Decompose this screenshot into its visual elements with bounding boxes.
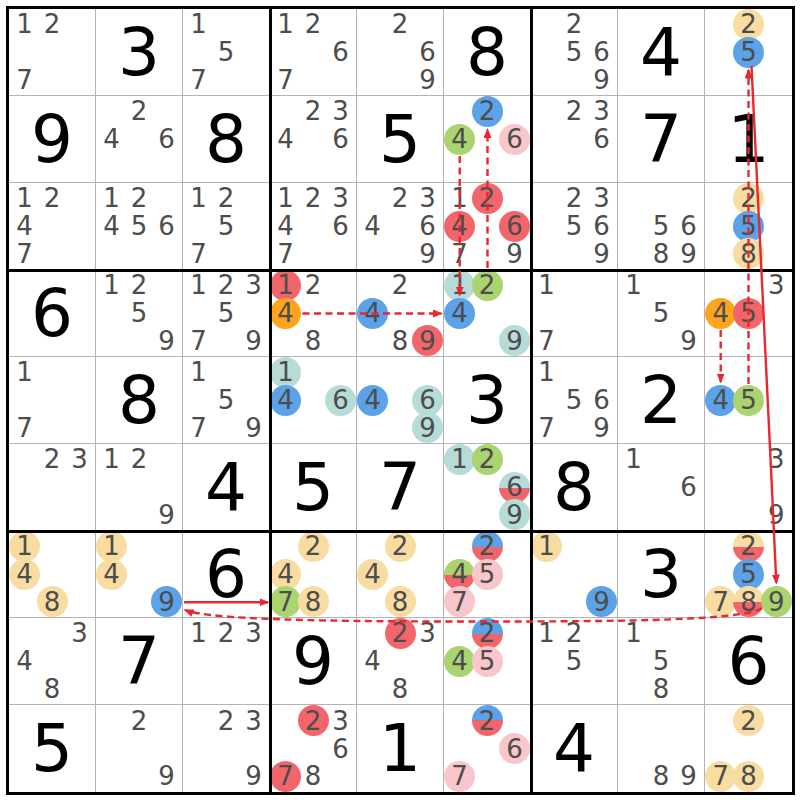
candidate-4-highlight-blue[interactable]: 4: [705, 385, 736, 416]
candidate-5[interactable]: 5: [559, 211, 590, 242]
candidate-5[interactable]: 5: [646, 646, 677, 677]
candidate-6-highlight-cyan[interactable]: 6: [325, 385, 356, 416]
cell-r9c8[interactable]: 89: [618, 705, 705, 792]
candidate-2[interactable]: 2: [559, 96, 590, 127]
cell-r1c6[interactable]: 8: [444, 9, 531, 96]
candidate-4-highlight-tan[interactable]: 4: [9, 559, 40, 590]
candidate-6[interactable]: 6: [325, 37, 356, 68]
sudoku-app: 1273157126726982569425924682346524623671…: [0, 0, 800, 800]
candidate-2[interactable]: 2: [385, 183, 416, 214]
solved-digit: 5: [9, 705, 95, 792]
candidate-3[interactable]: 3: [325, 183, 356, 214]
candidate-1[interactable]: 1: [9, 183, 40, 214]
candidate-2[interactable]: 2: [211, 183, 242, 214]
candidate-1[interactable]: 1: [270, 9, 301, 40]
cell-r6c1[interactable]: 23: [9, 444, 96, 531]
candidate-9[interactable]: 9: [673, 238, 704, 269]
candidate-7[interactable]: 7: [183, 412, 214, 443]
candidate-6[interactable]: 6: [325, 733, 356, 764]
candidate-4[interactable]: 4: [96, 211, 127, 242]
cell-r1c3[interactable]: 157: [183, 9, 270, 96]
cell-r7c4[interactable]: 2478: [270, 531, 357, 618]
candidate-2[interactable]: 2: [298, 183, 329, 214]
candidate-2-highlight-green[interactable]: 2: [472, 444, 503, 475]
cell-r4c9[interactable]: 345: [705, 270, 792, 357]
candidate-9-highlight-red[interactable]: 9: [412, 325, 443, 356]
candidate-1[interactable]: 1: [444, 183, 475, 214]
cell-r9c7[interactable]: 4: [531, 705, 618, 792]
candidate-9[interactable]: 9: [238, 325, 269, 356]
cell-r7c9[interactable]: 25789: [705, 531, 792, 618]
cell-r6c2[interactable]: 129: [96, 444, 183, 531]
candidate-9[interactable]: 9: [586, 238, 617, 269]
cell-r2c8[interactable]: 7: [618, 96, 705, 183]
candidate-5-highlight-blue[interactable]: 5: [733, 211, 764, 242]
cell-r5c4[interactable]: 146: [270, 357, 357, 444]
candidate-4-highlight-orange[interactable]: 4: [270, 298, 301, 329]
solved-digit: 4: [183, 444, 269, 530]
candidate-8-highlight-tan[interactable]: 8: [733, 761, 764, 792]
cell-r7c3[interactable]: 6: [183, 531, 270, 618]
candidate-4-highlight-red[interactable]: 4: [444, 211, 475, 242]
candidate-3[interactable]: 3: [586, 96, 617, 127]
candidate-1[interactable]: 1: [9, 357, 40, 388]
candidate-2[interactable]: 2: [37, 183, 68, 214]
cell-r8c2[interactable]: 7: [96, 618, 183, 705]
candidate-5-highlight-green[interactable]: 5: [733, 385, 764, 416]
candidate-9[interactable]: 9: [412, 238, 443, 269]
cell-r8c4[interactable]: 9: [270, 618, 357, 705]
candidate-1[interactable]: 1: [96, 270, 127, 301]
cell-r6c3[interactable]: 4: [183, 444, 270, 531]
candidate-1-highlight-cyan[interactable]: 1: [270, 357, 301, 388]
cell-r8c6[interactable]: 245: [444, 618, 531, 705]
candidate-3[interactable]: 3: [761, 444, 792, 475]
cell-r5c7[interactable]: 15679: [531, 357, 618, 444]
cell-r1c2[interactable]: 3: [96, 9, 183, 96]
cell-r5c3[interactable]: 1579: [183, 357, 270, 444]
candidate-5[interactable]: 5: [124, 298, 155, 329]
candidate-7[interactable]: 7: [9, 412, 40, 443]
cell-r7c5[interactable]: 248: [357, 531, 444, 618]
solved-digit: 7: [96, 618, 182, 704]
candidate-5[interactable]: 5: [211, 37, 242, 68]
cell-r8c9[interactable]: 6: [705, 618, 792, 705]
cell-r9c4[interactable]: 23678: [270, 705, 357, 792]
candidate-9-highlight-blue[interactable]: 9: [151, 586, 182, 617]
candidate-3[interactable]: 3: [64, 444, 95, 475]
cell-r8c7[interactable]: 125: [531, 618, 618, 705]
candidate-3[interactable]: 3: [64, 618, 95, 649]
cell-r4c2[interactable]: 1259: [96, 270, 183, 357]
solved-digit: 1: [357, 705, 443, 792]
candidate-7[interactable]: 7: [9, 238, 40, 269]
cell-r2c9[interactable]: 1: [705, 96, 792, 183]
candidate-1-highlight-cyan[interactable]: 1: [444, 270, 475, 301]
candidate-4-highlight-green[interactable]: 4: [444, 124, 475, 155]
candidate-5-highlight-pink[interactable]: 5: [472, 559, 503, 590]
candidate-4[interactable]: 4: [270, 211, 301, 242]
candidate-4[interactable]: 4: [96, 124, 127, 155]
solved-digit: 2: [618, 357, 704, 443]
cell-r5c9[interactable]: 45: [705, 357, 792, 444]
candidate-1[interactable]: 1: [183, 357, 214, 388]
candidate-1[interactable]: 1: [531, 618, 562, 649]
candidate-1[interactable]: 1: [618, 618, 649, 649]
cell-r4c6[interactable]: 1249: [444, 270, 531, 357]
cell-r6c8[interactable]: 16: [618, 444, 705, 531]
box-border-vertical-1: [269, 9, 272, 792]
candidate-6[interactable]: 6: [586, 37, 617, 68]
cell-r3c1[interactable]: 1247: [9, 183, 96, 270]
candidate-1[interactable]: 1: [531, 357, 562, 388]
cell-r9c2[interactable]: 29: [96, 705, 183, 792]
candidate-5[interactable]: 5: [559, 385, 590, 416]
candidate-2-highlight-blue_red[interactable]: 2: [472, 618, 503, 649]
cell-r2c5[interactable]: 5: [357, 96, 444, 183]
candidate-2-highlight-tan[interactable]: 2: [385, 531, 416, 562]
cell-r9c3[interactable]: 239: [183, 705, 270, 792]
candidate-6[interactable]: 6: [673, 211, 704, 242]
cell-r8c3[interactable]: 123: [183, 618, 270, 705]
candidate-2[interactable]: 2: [37, 444, 68, 475]
candidate-8[interactable]: 8: [37, 673, 68, 704]
solved-digit: 9: [9, 96, 95, 182]
candidate-7[interactable]: 7: [183, 64, 214, 95]
candidate-9-highlight-cyan[interactable]: 9: [499, 325, 530, 356]
candidate-6-highlight-pink[interactable]: 6: [499, 733, 530, 764]
candidate-1[interactable]: 1: [183, 270, 214, 301]
cell-r6c7[interactable]: 8: [531, 444, 618, 531]
candidate-9-highlight-cyan[interactable]: 9: [499, 499, 530, 530]
cell-r9c6[interactable]: 267: [444, 705, 531, 792]
candidate-5[interactable]: 5: [124, 211, 155, 242]
candidate-7[interactable]: 7: [531, 412, 562, 443]
candidate-7[interactable]: 7: [183, 238, 214, 269]
candidate-1[interactable]: 1: [96, 183, 127, 214]
candidate-7-highlight-red[interactable]: 7: [270, 761, 301, 792]
cell-r7c8[interactable]: 3: [618, 531, 705, 618]
cell-r5c1[interactable]: 17: [9, 357, 96, 444]
candidate-6-highlight-cyan[interactable]: 6: [412, 385, 443, 416]
candidate-8-highlight-tan[interactable]: 8: [385, 586, 416, 617]
cell-r4c1[interactable]: 6: [9, 270, 96, 357]
candidate-2[interactable]: 2: [124, 444, 155, 475]
candidate-1[interactable]: 1: [96, 444, 127, 475]
cell-r1c9[interactable]: 25: [705, 9, 792, 96]
cell-r2c3[interactable]: 8: [183, 96, 270, 183]
candidate-8[interactable]: 8: [298, 761, 329, 792]
candidate-6[interactable]: 6: [586, 385, 617, 416]
candidate-5[interactable]: 5: [646, 298, 677, 329]
candidate-3[interactable]: 3: [761, 270, 792, 301]
candidate-2[interactable]: 2: [124, 96, 155, 127]
cell-r3c2[interactable]: 12456: [96, 183, 183, 270]
candidate-2-highlight-green[interactable]: 2: [472, 270, 503, 301]
solved-digit: 9: [270, 618, 356, 704]
candidate-2-highlight-tan[interactable]: 2: [298, 531, 329, 562]
cell-r2c4[interactable]: 2346: [270, 96, 357, 183]
cell-r7c7[interactable]: 19: [531, 531, 618, 618]
candidate-6-highlight-red[interactable]: 6: [499, 211, 530, 242]
candidate-5-highlight-pink[interactable]: 5: [472, 646, 503, 677]
cell-r3c6[interactable]: 124679: [444, 183, 531, 270]
candidate-7[interactable]: 7: [270, 238, 301, 269]
cell-r1c8[interactable]: 4: [618, 9, 705, 96]
candidate-7-highlight-pink[interactable]: 7: [444, 761, 475, 792]
candidate-4-highlight-blue[interactable]: 4: [444, 298, 475, 329]
cell-r9c1[interactable]: 5: [9, 705, 96, 792]
solved-digit: 3: [618, 531, 704, 617]
candidate-2[interactable]: 2: [559, 183, 590, 214]
candidate-4-highlight-tan[interactable]: 4: [357, 559, 388, 590]
cell-r2c2[interactable]: 246: [96, 96, 183, 183]
candidate-9[interactable]: 9: [151, 761, 182, 792]
cell-r5c6[interactable]: 3: [444, 357, 531, 444]
candidate-5[interactable]: 5: [211, 298, 242, 329]
candidate-5-highlight-blue[interactable]: 5: [733, 37, 764, 68]
cell-r1c7[interactable]: 2569: [531, 9, 618, 96]
cell-r3c3[interactable]: 1257: [183, 183, 270, 270]
cell-r3c7[interactable]: 23569: [531, 183, 618, 270]
candidate-3[interactable]: 3: [325, 705, 356, 736]
cell-r4c8[interactable]: 159: [618, 270, 705, 357]
candidate-4-highlight-green_red[interactable]: 4: [444, 559, 475, 590]
cell-r4c4[interactable]: 1248: [270, 270, 357, 357]
candidate-5-highlight-red[interactable]: 5: [733, 298, 764, 329]
candidate-7-highlight-tan[interactable]: 7: [705, 586, 736, 617]
candidate-4-highlight-green[interactable]: 4: [444, 646, 475, 677]
candidate-3[interactable]: 3: [586, 183, 617, 214]
candidate-9-highlight-green[interactable]: 9: [761, 586, 792, 617]
candidate-8-highlight-tan_red[interactable]: 8: [733, 586, 764, 617]
box-border-horizontal-2: [9, 530, 792, 533]
candidate-6-highlight-cyan_red[interactable]: 6: [499, 472, 530, 503]
candidate-7-highlight-pink[interactable]: 7: [444, 586, 475, 617]
candidate-1-highlight-tan[interactable]: 1: [9, 531, 40, 562]
candidate-5[interactable]: 5: [559, 646, 590, 677]
candidate-2[interactable]: 2: [124, 270, 155, 301]
solved-digit: 5: [357, 96, 443, 182]
cell-r3c4[interactable]: 123467: [270, 183, 357, 270]
candidate-7[interactable]: 7: [444, 238, 475, 269]
candidate-4[interactable]: 4: [357, 211, 388, 242]
candidate-9[interactable]: 9: [238, 761, 269, 792]
cell-r6c9[interactable]: 39: [705, 444, 792, 531]
candidate-1[interactable]: 1: [183, 9, 214, 40]
candidate-4[interactable]: 4: [9, 646, 40, 677]
cell-r9c5[interactable]: 1: [357, 705, 444, 792]
candidate-9[interactable]: 9: [673, 325, 704, 356]
candidate-9[interactable]: 9: [412, 64, 443, 95]
solved-digit: 3: [444, 357, 530, 443]
candidate-4[interactable]: 4: [357, 646, 388, 677]
box-border-vertical-2: [530, 9, 533, 792]
cell-r6c6[interactable]: 1269: [444, 444, 531, 531]
candidate-6[interactable]: 6: [151, 124, 182, 155]
candidate-9[interactable]: 9: [238, 412, 269, 443]
cell-r1c1[interactable]: 127: [9, 9, 96, 96]
candidate-7-highlight-tan[interactable]: 7: [705, 761, 736, 792]
candidate-1-highlight-cyan[interactable]: 1: [444, 444, 475, 475]
cell-r7c6[interactable]: 2457: [444, 531, 531, 618]
candidate-3[interactable]: 3: [412, 618, 443, 649]
cell-r6c4[interactable]: 5: [270, 444, 357, 531]
candidate-6[interactable]: 6: [412, 211, 443, 242]
candidate-5[interactable]: 5: [211, 211, 242, 242]
candidate-2-highlight-tan[interactable]: 2: [733, 705, 764, 736]
candidate-4[interactable]: 4: [270, 124, 301, 155]
solved-digit: 3: [96, 9, 182, 95]
candidate-2[interactable]: 2: [124, 705, 155, 736]
cell-r2c7[interactable]: 236: [531, 96, 618, 183]
cell-r4c7[interactable]: 17: [531, 270, 618, 357]
candidate-2-highlight-red[interactable]: 2: [385, 618, 416, 649]
candidate-9[interactable]: 9: [761, 499, 792, 530]
candidate-9[interactable]: 9: [499, 238, 530, 269]
candidate-4[interactable]: 4: [9, 211, 40, 242]
cell-r1c4[interactable]: 1267: [270, 9, 357, 96]
candidate-7[interactable]: 7: [9, 64, 40, 95]
candidate-4-highlight-orange[interactable]: 4: [705, 298, 736, 329]
cell-r8c5[interactable]: 2348: [357, 618, 444, 705]
candidate-5[interactable]: 5: [211, 385, 242, 416]
cell-r4c5[interactable]: 2489: [357, 270, 444, 357]
candidate-6[interactable]: 6: [325, 211, 356, 242]
candidate-7[interactable]: 7: [531, 325, 562, 356]
cell-r3c5[interactable]: 23469: [357, 183, 444, 270]
cell-r2c6[interactable]: 246: [444, 96, 531, 183]
candidate-9-highlight-cyan[interactable]: 9: [412, 412, 443, 443]
candidate-8[interactable]: 8: [646, 761, 677, 792]
solved-digit: 6: [9, 270, 95, 356]
candidate-3[interactable]: 3: [238, 618, 269, 649]
cell-r7c1[interactable]: 148: [9, 531, 96, 618]
candidate-9[interactable]: 9: [586, 412, 617, 443]
candidate-4-highlight-tan[interactable]: 4: [96, 559, 127, 590]
candidate-8-highlight-tan[interactable]: 8: [298, 586, 329, 617]
candidate-1-highlight-tan[interactable]: 1: [96, 531, 127, 562]
candidate-2-highlight-blue[interactable]: 2: [472, 96, 503, 127]
candidate-7[interactable]: 7: [270, 64, 301, 95]
candidate-2-highlight-red[interactable]: 2: [472, 183, 503, 214]
cell-r3c9[interactable]: 258: [705, 183, 792, 270]
candidate-1[interactable]: 1: [531, 270, 562, 301]
cell-r5c2[interactable]: 8: [96, 357, 183, 444]
candidate-6[interactable]: 6: [586, 211, 617, 242]
candidate-9[interactable]: 9: [586, 64, 617, 95]
cell-r7c2[interactable]: 149: [96, 531, 183, 618]
cell-r5c8[interactable]: 2: [618, 357, 705, 444]
candidate-1[interactable]: 1: [183, 618, 214, 649]
candidate-8[interactable]: 8: [298, 325, 329, 356]
candidate-1[interactable]: 1: [270, 183, 301, 214]
cell-r3c8[interactable]: 5689: [618, 183, 705, 270]
candidate-8[interactable]: 8: [385, 673, 416, 704]
candidate-2[interactable]: 2: [559, 9, 590, 40]
candidate-1[interactable]: 1: [618, 270, 649, 301]
cell-r6c5[interactable]: 7: [357, 444, 444, 531]
candidate-2-highlight-tan[interactable]: 2: [733, 183, 764, 214]
candidate-3[interactable]: 3: [325, 96, 356, 127]
candidate-6[interactable]: 6: [412, 37, 443, 68]
candidate-2[interactable]: 2: [385, 9, 416, 40]
candidate-4-highlight-blue[interactable]: 4: [270, 385, 301, 416]
candidate-6[interactable]: 6: [673, 472, 704, 503]
candidate-2[interactable]: 2: [298, 9, 329, 40]
candidate-7[interactable]: 7: [183, 325, 214, 356]
cell-r5c5[interactable]: 469: [357, 357, 444, 444]
candidate-6-highlight-pink[interactable]: 6: [499, 124, 530, 155]
candidate-2-highlight-red[interactable]: 2: [298, 705, 329, 736]
candidate-2[interactable]: 2: [298, 96, 329, 127]
candidate-2[interactable]: 2: [211, 705, 242, 736]
candidate-2-highlight-blue_red[interactable]: 2: [472, 531, 503, 562]
solved-digit: 1: [705, 96, 792, 182]
solved-digit: 7: [357, 444, 443, 530]
candidate-2[interactable]: 2: [124, 183, 155, 214]
candidate-5[interactable]: 5: [646, 211, 677, 242]
solved-digit: 6: [183, 531, 269, 617]
candidate-4-highlight-blue[interactable]: 4: [357, 298, 388, 329]
candidate-2[interactable]: 2: [298, 270, 329, 301]
candidate-8-highlight-tan[interactable]: 8: [37, 586, 68, 617]
candidate-9-highlight-blue[interactable]: 9: [586, 586, 617, 617]
cell-r8c8[interactable]: 158: [618, 618, 705, 705]
candidate-1[interactable]: 1: [9, 9, 40, 40]
candidate-2[interactable]: 2: [559, 618, 590, 649]
candidate-2[interactable]: 2: [211, 270, 242, 301]
candidate-3[interactable]: 3: [238, 270, 269, 301]
cell-r2c1[interactable]: 9: [9, 96, 96, 183]
candidate-8[interactable]: 8: [646, 673, 677, 704]
candidate-9[interactable]: 9: [151, 499, 182, 530]
candidate-1[interactable]: 1: [183, 183, 214, 214]
cell-r8c1[interactable]: 348: [9, 618, 96, 705]
cell-r1c5[interactable]: 269: [357, 9, 444, 96]
solved-digit: 4: [531, 705, 617, 792]
cell-r4c3[interactable]: 123579: [183, 270, 270, 357]
solved-digit: 8: [96, 357, 182, 443]
candidate-9[interactable]: 9: [151, 325, 182, 356]
candidate-2-highlight-tan_red[interactable]: 2: [733, 531, 764, 562]
candidate-8-highlight-tan[interactable]: 8: [733, 238, 764, 269]
candidate-4-highlight-tan[interactable]: 4: [270, 559, 301, 590]
candidate-6[interactable]: 6: [151, 211, 182, 242]
candidate-2-highlight-blue_red[interactable]: 2: [472, 705, 503, 736]
cell-r9c9[interactable]: 278: [705, 705, 792, 792]
candidate-8[interactable]: 8: [646, 238, 677, 269]
candidate-8[interactable]: 8: [385, 325, 416, 356]
candidate-3[interactable]: 3: [412, 183, 443, 214]
candidate-2-highlight-tan[interactable]: 2: [733, 9, 764, 40]
candidate-2[interactable]: 2: [37, 9, 68, 40]
candidate-6[interactable]: 6: [325, 124, 356, 155]
candidate-4-highlight-blue[interactable]: 4: [357, 385, 388, 416]
sudoku-grid: 1273157126726982569425924682346524623671…: [9, 9, 792, 792]
candidate-5-highlight-blue[interactable]: 5: [733, 559, 764, 590]
candidate-3[interactable]: 3: [238, 705, 269, 736]
candidate-1[interactable]: 1: [618, 444, 649, 475]
candidate-2[interactable]: 2: [211, 618, 242, 649]
candidate-5[interactable]: 5: [559, 37, 590, 68]
candidate-9[interactable]: 9: [673, 761, 704, 792]
candidate-6[interactable]: 6: [586, 124, 617, 155]
candidate-1-highlight-red[interactable]: 1: [270, 270, 301, 301]
candidate-2[interactable]: 2: [385, 270, 416, 301]
candidate-1-highlight-tan[interactable]: 1: [531, 531, 562, 562]
candidate-7-highlight-green[interactable]: 7: [270, 586, 301, 617]
